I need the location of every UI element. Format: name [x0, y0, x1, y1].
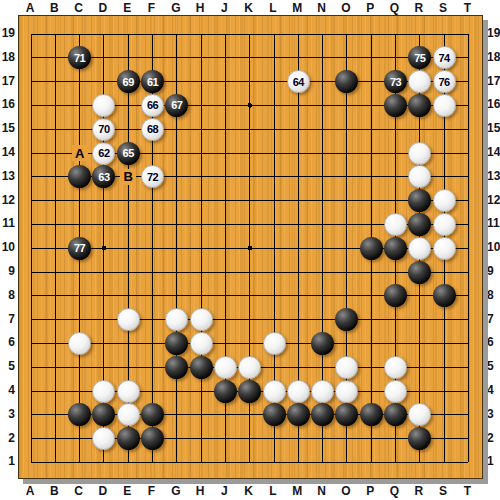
coordinate-top-B: B	[42, 1, 66, 15]
stone-white-move-70: 70	[92, 118, 115, 141]
stone-white	[214, 356, 237, 379]
coordinate-right-7: 7	[487, 312, 500, 326]
coordinate-top-L: L	[261, 1, 285, 15]
coordinate-bottom-S: S	[431, 484, 455, 498]
coordinate-bottom-L: L	[261, 484, 285, 498]
coordinate-bottom-N: N	[310, 484, 334, 498]
coordinate-left-3: 3	[0, 407, 15, 421]
stone-white	[384, 356, 407, 379]
stone-white	[287, 380, 310, 403]
coordinate-bottom-P: P	[358, 484, 382, 498]
coordinate-bottom-E: E	[115, 484, 139, 498]
coordinate-right-2: 2	[487, 431, 500, 445]
coordinate-left-10: 10	[0, 240, 15, 254]
stone-black	[384, 237, 407, 260]
coordinate-right-14: 14	[487, 145, 500, 159]
coordinate-bottom-F: F	[140, 484, 164, 498]
stone-black	[117, 427, 140, 450]
stone-black	[408, 261, 431, 284]
stone-white-move-64: 64	[287, 70, 310, 93]
coordinate-left-1: 1	[0, 454, 15, 468]
coordinate-left-11: 11	[0, 216, 15, 230]
stone-white-move-76: 76	[433, 70, 456, 93]
label-mark-A: A	[72, 145, 88, 161]
stone-black	[311, 332, 334, 355]
stone-black	[360, 403, 383, 426]
coordinate-left-16: 16	[0, 97, 15, 111]
coordinate-top-C: C	[67, 1, 91, 15]
stone-black	[287, 403, 310, 426]
coordinate-top-P: P	[358, 1, 382, 15]
coordinate-left-12: 12	[0, 193, 15, 207]
coordinate-bottom-Q: Q	[383, 484, 407, 498]
stone-white	[384, 380, 407, 403]
coordinate-right-4: 4	[487, 383, 500, 397]
stone-black-move-73: 73	[384, 70, 407, 93]
coordinate-top-S: S	[431, 1, 455, 15]
coordinate-left-6: 6	[0, 335, 15, 349]
coordinate-left-13: 13	[0, 169, 15, 183]
coordinate-right-12: 12	[487, 193, 500, 207]
coordinate-right-9: 9	[487, 264, 500, 278]
stone-white	[433, 189, 456, 212]
stone-white	[311, 380, 334, 403]
stone-black	[141, 427, 164, 450]
stone-black-move-61: 61	[141, 70, 164, 93]
hoshi-point	[247, 246, 252, 251]
coordinate-bottom-M: M	[285, 484, 309, 498]
coordinate-left-5: 5	[0, 359, 15, 373]
coordinate-left-4: 4	[0, 383, 15, 397]
stone-white	[433, 237, 456, 260]
coordinate-left-2: 2	[0, 431, 15, 445]
coordinate-right-17: 17	[487, 74, 500, 88]
stone-white	[384, 213, 407, 236]
stone-white	[263, 332, 286, 355]
stone-white	[263, 380, 286, 403]
coordinate-left-8: 8	[0, 288, 15, 302]
coordinate-bottom-C: C	[67, 484, 91, 498]
coordinate-bottom-J: J	[212, 484, 236, 498]
coordinate-right-1: 1	[487, 454, 500, 468]
coordinate-top-F: F	[140, 1, 164, 15]
go-diagram: AABBCCDDEEFFGGHHJJKKLLMMNNOOPPQQRRSSTT19…	[0, 0, 500, 500]
stone-black	[263, 403, 286, 426]
stone-white	[238, 356, 261, 379]
coordinate-bottom-K: K	[237, 484, 261, 498]
coordinate-left-7: 7	[0, 312, 15, 326]
stone-white	[433, 94, 456, 117]
stone-white	[433, 213, 456, 236]
coordinate-bottom-O: O	[334, 484, 358, 498]
stone-white-move-66: 66	[141, 94, 164, 117]
coordinate-right-19: 19	[487, 26, 500, 40]
stone-black	[165, 356, 188, 379]
stone-white	[117, 308, 140, 331]
stone-white	[68, 332, 91, 355]
stone-white	[117, 403, 140, 426]
coordinate-left-15: 15	[0, 121, 15, 135]
stone-white	[335, 356, 358, 379]
stone-black-move-69: 69	[117, 70, 140, 93]
stone-black	[190, 356, 213, 379]
coordinate-right-16: 16	[487, 97, 500, 111]
coordinate-top-H: H	[188, 1, 212, 15]
coordinate-left-17: 17	[0, 74, 15, 88]
stone-black	[238, 380, 261, 403]
coordinate-top-E: E	[115, 1, 139, 15]
coordinate-top-O: O	[334, 1, 358, 15]
stone-white	[408, 142, 431, 165]
coordinate-top-N: N	[310, 1, 334, 15]
stone-white	[117, 380, 140, 403]
coordinate-right-3: 3	[487, 407, 500, 421]
coordinate-top-A: A	[18, 1, 42, 15]
coordinate-left-14: 14	[0, 145, 15, 159]
coordinate-bottom-A: A	[18, 484, 42, 498]
stone-black	[214, 380, 237, 403]
coordinate-left-18: 18	[0, 50, 15, 64]
stone-black	[384, 94, 407, 117]
coordinate-right-18: 18	[487, 50, 500, 64]
coordinate-left-19: 19	[0, 26, 15, 40]
stone-white	[92, 380, 115, 403]
coordinate-top-K: K	[237, 1, 261, 15]
coordinate-right-10: 10	[487, 240, 500, 254]
stone-black-move-77: 77	[68, 237, 91, 260]
coordinate-top-D: D	[91, 1, 115, 15]
stone-white-move-68: 68	[141, 118, 164, 141]
stone-white	[190, 332, 213, 355]
coordinate-top-M: M	[285, 1, 309, 15]
stone-white-move-62: 62	[92, 142, 115, 165]
coordinate-top-G: G	[164, 1, 188, 15]
coordinate-left-9: 9	[0, 264, 15, 278]
coordinate-right-6: 6	[487, 335, 500, 349]
coordinate-bottom-R: R	[407, 484, 431, 498]
coordinate-right-13: 13	[487, 169, 500, 183]
stone-black	[433, 284, 456, 307]
stone-black	[360, 237, 383, 260]
coordinate-right-5: 5	[487, 359, 500, 373]
coordinate-top-R: R	[407, 1, 431, 15]
stone-white	[408, 237, 431, 260]
coordinate-right-8: 8	[487, 288, 500, 302]
coordinate-bottom-B: B	[42, 484, 66, 498]
coordinate-right-15: 15	[487, 121, 500, 135]
hoshi-point	[247, 103, 252, 108]
coordinate-bottom-D: D	[91, 484, 115, 498]
stone-black-move-65: 65	[117, 142, 140, 165]
coordinate-right-11: 11	[487, 216, 500, 230]
coordinate-top-T: T	[455, 1, 479, 15]
go-board[interactable]: 6162636465666768697071727374757677AB	[18, 15, 483, 479]
coordinate-top-Q: Q	[383, 1, 407, 15]
stone-white	[335, 380, 358, 403]
stone-white	[190, 308, 213, 331]
label-mark-B: B	[120, 169, 136, 185]
coordinate-bottom-H: H	[188, 484, 212, 498]
coordinate-bottom-T: T	[455, 484, 479, 498]
stone-white-move-74: 74	[433, 46, 456, 69]
coordinate-bottom-G: G	[164, 484, 188, 498]
hoshi-point	[102, 246, 107, 251]
coordinate-top-J: J	[212, 1, 236, 15]
